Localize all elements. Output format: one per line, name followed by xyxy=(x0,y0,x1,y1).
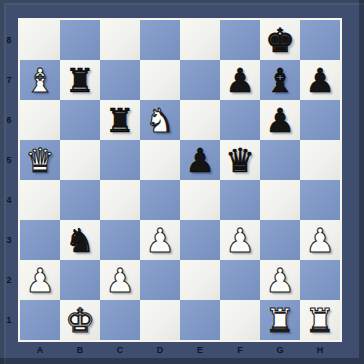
square-e2[interactable] xyxy=(180,260,220,300)
black-pawn-g6[interactable]: ♟ xyxy=(260,100,300,140)
black-pawn-h7[interactable]: ♟ xyxy=(300,60,340,100)
white-pawn-a2[interactable]: ♟ xyxy=(20,260,60,300)
square-e6[interactable] xyxy=(180,100,220,140)
square-e3[interactable] xyxy=(180,220,220,260)
rank-label-6: 6 xyxy=(0,100,18,140)
white-queen-a5[interactable]: ♛ xyxy=(20,140,60,180)
square-a7[interactable]: ♝ xyxy=(20,60,60,100)
white-bishop-a7[interactable]: ♝ xyxy=(20,60,60,100)
square-b4[interactable] xyxy=(60,180,100,220)
square-d3[interactable]: ♟ xyxy=(140,220,180,260)
square-a3[interactable] xyxy=(20,220,60,260)
file-label-h: H xyxy=(300,342,340,362)
square-b3[interactable]: ♞ xyxy=(60,220,100,260)
square-h5[interactable] xyxy=(300,140,340,180)
square-a2[interactable]: ♟ xyxy=(20,260,60,300)
file-label-d: D xyxy=(140,342,180,362)
white-rook-g1[interactable]: ♜ xyxy=(260,300,300,340)
square-h7[interactable]: ♟ xyxy=(300,60,340,100)
square-a5[interactable]: ♛ xyxy=(20,140,60,180)
square-f4[interactable] xyxy=(220,180,260,220)
square-h8[interactable] xyxy=(300,20,340,60)
square-h1[interactable]: ♜ xyxy=(300,300,340,340)
rank-label-4: 4 xyxy=(0,180,18,220)
black-rook-b7[interactable]: ♜ xyxy=(60,60,100,100)
square-g6[interactable]: ♟ xyxy=(260,100,300,140)
file-label-e: E xyxy=(180,342,220,362)
square-c1[interactable] xyxy=(100,300,140,340)
square-d7[interactable] xyxy=(140,60,180,100)
rank-label-3: 3 xyxy=(0,220,18,260)
square-g8[interactable]: ♚ xyxy=(260,20,300,60)
rank-label-7: 7 xyxy=(0,60,18,100)
white-pawn-h3[interactable]: ♟ xyxy=(300,220,340,260)
square-b5[interactable] xyxy=(60,140,100,180)
square-d6[interactable]: ♞ xyxy=(140,100,180,140)
white-knight-d6[interactable]: ♞ xyxy=(140,100,180,140)
square-f6[interactable] xyxy=(220,100,260,140)
square-a4[interactable] xyxy=(20,180,60,220)
square-a1[interactable] xyxy=(20,300,60,340)
chessboard-frame: 87654321 ABCDEFGH ♚♝♜♟♝♟♜♞♟♛♟♛♞♟♟♟♟♟♟♚♜♜ xyxy=(0,0,364,364)
square-f3[interactable]: ♟ xyxy=(220,220,260,260)
white-pawn-g2[interactable]: ♟ xyxy=(260,260,300,300)
square-e4[interactable] xyxy=(180,180,220,220)
square-c7[interactable] xyxy=(100,60,140,100)
file-labels: ABCDEFGH xyxy=(20,342,340,362)
square-b1[interactable]: ♚ xyxy=(60,300,100,340)
file-label-f: F xyxy=(220,342,260,362)
square-b2[interactable] xyxy=(60,260,100,300)
white-pawn-f3[interactable]: ♟ xyxy=(220,220,260,260)
file-label-a: A xyxy=(20,342,60,362)
square-f5[interactable]: ♛ xyxy=(220,140,260,180)
rank-label-5: 5 xyxy=(0,140,18,180)
black-rook-c6[interactable]: ♜ xyxy=(100,100,140,140)
square-b7[interactable]: ♜ xyxy=(60,60,100,100)
square-g4[interactable] xyxy=(260,180,300,220)
square-c2[interactable]: ♟ xyxy=(100,260,140,300)
square-h3[interactable]: ♟ xyxy=(300,220,340,260)
black-pawn-f7[interactable]: ♟ xyxy=(220,60,260,100)
square-a6[interactable] xyxy=(20,100,60,140)
square-b6[interactable] xyxy=(60,100,100,140)
square-e8[interactable] xyxy=(180,20,220,60)
square-f1[interactable] xyxy=(220,300,260,340)
white-king-b1[interactable]: ♚ xyxy=(60,300,100,340)
white-pawn-c2[interactable]: ♟ xyxy=(100,260,140,300)
black-pawn-e5[interactable]: ♟ xyxy=(180,140,220,180)
square-g5[interactable] xyxy=(260,140,300,180)
square-h4[interactable] xyxy=(300,180,340,220)
square-g3[interactable] xyxy=(260,220,300,260)
square-d5[interactable] xyxy=(140,140,180,180)
square-f7[interactable]: ♟ xyxy=(220,60,260,100)
square-b8[interactable] xyxy=(60,20,100,60)
file-label-c: C xyxy=(100,342,140,362)
square-d2[interactable] xyxy=(140,260,180,300)
black-queen-f5[interactable]: ♛ xyxy=(220,140,260,180)
square-e5[interactable]: ♟ xyxy=(180,140,220,180)
rank-labels: 87654321 xyxy=(0,20,18,340)
square-e7[interactable] xyxy=(180,60,220,100)
square-g7[interactable]: ♝ xyxy=(260,60,300,100)
square-c4[interactable] xyxy=(100,180,140,220)
square-c5[interactable] xyxy=(100,140,140,180)
rank-label-8: 8 xyxy=(0,20,18,60)
chessboard: ♚♝♜♟♝♟♜♞♟♛♟♛♞♟♟♟♟♟♟♚♜♜ xyxy=(18,18,342,342)
white-rook-h1[interactable]: ♜ xyxy=(300,300,340,340)
square-e1[interactable] xyxy=(180,300,220,340)
file-label-g: G xyxy=(260,342,300,362)
file-label-b: B xyxy=(60,342,100,362)
black-king-g8[interactable]: ♚ xyxy=(260,20,300,60)
black-bishop-g7[interactable]: ♝ xyxy=(260,60,300,100)
square-g2[interactable]: ♟ xyxy=(260,260,300,300)
square-d8[interactable] xyxy=(140,20,180,60)
square-g1[interactable]: ♜ xyxy=(260,300,300,340)
rank-label-1: 1 xyxy=(0,300,18,340)
black-knight-b3[interactable]: ♞ xyxy=(60,220,100,260)
square-h2[interactable] xyxy=(300,260,340,300)
white-pawn-d3[interactable]: ♟ xyxy=(140,220,180,260)
rank-label-2: 2 xyxy=(0,260,18,300)
square-a8[interactable] xyxy=(20,20,60,60)
square-h6[interactable] xyxy=(300,100,340,140)
square-c3[interactable] xyxy=(100,220,140,260)
square-f2[interactable] xyxy=(220,260,260,300)
square-c6[interactable]: ♜ xyxy=(100,100,140,140)
square-d4[interactable] xyxy=(140,180,180,220)
square-d1[interactable] xyxy=(140,300,180,340)
square-f8[interactable] xyxy=(220,20,260,60)
square-c8[interactable] xyxy=(100,20,140,60)
